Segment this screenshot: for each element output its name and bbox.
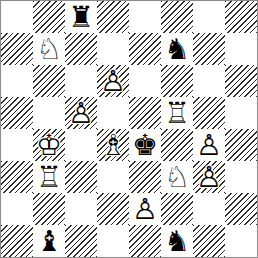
square-b6[interactable]: [33, 65, 65, 97]
white-pawn-halo: ♟: [193, 129, 225, 161]
square-b8[interactable]: [33, 1, 65, 33]
square-g7[interactable]: [193, 33, 225, 65]
square-f2[interactable]: [161, 193, 193, 225]
square-a6[interactable]: [1, 65, 33, 97]
square-h6[interactable]: [225, 65, 257, 97]
square-b1[interactable]: ♝♝: [33, 225, 65, 257]
square-f7[interactable]: ♞♞: [161, 33, 193, 65]
square-h3[interactable]: [225, 161, 257, 193]
square-d8[interactable]: [97, 1, 129, 33]
square-d1[interactable]: [97, 225, 129, 257]
square-e2[interactable]: ♟♙: [129, 193, 161, 225]
square-h8[interactable]: [225, 1, 257, 33]
square-b7[interactable]: ♞♘: [33, 33, 65, 65]
square-f3[interactable]: ♞♘: [161, 161, 193, 193]
black-rook-halo: ♜: [65, 1, 97, 33]
square-g5[interactable]: [193, 97, 225, 129]
square-d6[interactable]: ♟♙: [97, 65, 129, 97]
square-c6[interactable]: [65, 65, 97, 97]
square-a7[interactable]: [1, 33, 33, 65]
square-g1[interactable]: [193, 225, 225, 257]
square-d7[interactable]: [97, 33, 129, 65]
white-rook-halo: ♜: [161, 97, 193, 129]
square-g4[interactable]: ♟♙: [193, 129, 225, 161]
white-rook-icon: ♖: [161, 97, 193, 129]
white-pawn-icon: ♙: [193, 129, 225, 161]
black-knight-icon: ♞: [161, 225, 193, 257]
square-e3[interactable]: [129, 161, 161, 193]
chess-diagram: ♜♜♞♘♞♞♟♙♟♙♜♖♚♔♝♗♚♚♟♙♜♖♞♘♟♙♟♙♝♝♞♞: [0, 0, 258, 258]
square-b2[interactable]: [33, 193, 65, 225]
square-a4[interactable]: [1, 129, 33, 161]
square-f5[interactable]: ♜♖: [161, 97, 193, 129]
square-c5[interactable]: ♟♙: [65, 97, 97, 129]
square-e8[interactable]: [129, 1, 161, 33]
square-d5[interactable]: [97, 97, 129, 129]
black-king-icon: ♚: [129, 129, 161, 161]
square-e5[interactable]: [129, 97, 161, 129]
black-knight-icon: ♞: [161, 33, 193, 65]
square-h7[interactable]: [225, 33, 257, 65]
square-c8[interactable]: ♜♜: [65, 1, 97, 33]
square-c3[interactable]: [65, 161, 97, 193]
white-knight-icon: ♘: [161, 161, 193, 193]
square-e6[interactable]: [129, 65, 161, 97]
black-bishop-halo: ♝: [33, 225, 65, 257]
square-h2[interactable]: [225, 193, 257, 225]
square-g2[interactable]: [193, 193, 225, 225]
white-pawn-icon: ♙: [65, 97, 97, 129]
black-knight-halo: ♞: [161, 33, 193, 65]
white-pawn-halo: ♟: [129, 193, 161, 225]
square-g6[interactable]: [193, 65, 225, 97]
white-knight-icon: ♘: [33, 33, 65, 65]
square-e7[interactable]: [129, 33, 161, 65]
square-f6[interactable]: [161, 65, 193, 97]
square-c4[interactable]: [65, 129, 97, 161]
square-h1[interactable]: [225, 225, 257, 257]
square-a5[interactable]: [1, 97, 33, 129]
chess-board: ♜♜♞♘♞♞♟♙♟♙♜♖♚♔♝♗♚♚♟♙♜♖♞♘♟♙♟♙♝♝♞♞: [0, 0, 258, 258]
square-d2[interactable]: [97, 193, 129, 225]
white-pawn-halo: ♟: [97, 65, 129, 97]
white-bishop-halo: ♝: [97, 129, 129, 161]
white-knight-halo: ♞: [161, 161, 193, 193]
white-king-halo: ♚: [33, 129, 65, 161]
square-c7[interactable]: [65, 33, 97, 65]
square-g3[interactable]: ♟♙: [193, 161, 225, 193]
white-pawn-icon: ♙: [129, 193, 161, 225]
white-rook-halo: ♜: [33, 161, 65, 193]
white-king-icon: ♔: [33, 129, 65, 161]
black-bishop-icon: ♝: [33, 225, 65, 257]
square-f4[interactable]: [161, 129, 193, 161]
square-b4[interactable]: ♚♔: [33, 129, 65, 161]
square-f8[interactable]: [161, 1, 193, 33]
black-knight-halo: ♞: [161, 225, 193, 257]
white-pawn-icon: ♙: [193, 161, 225, 193]
square-a8[interactable]: [1, 1, 33, 33]
square-d3[interactable]: [97, 161, 129, 193]
square-b3[interactable]: ♜♖: [33, 161, 65, 193]
white-pawn-icon: ♙: [97, 65, 129, 97]
white-bishop-icon: ♗: [97, 129, 129, 161]
white-pawn-halo: ♟: [65, 97, 97, 129]
square-e4[interactable]: ♚♚: [129, 129, 161, 161]
square-f1[interactable]: ♞♞: [161, 225, 193, 257]
square-a2[interactable]: [1, 193, 33, 225]
square-b5[interactable]: [33, 97, 65, 129]
square-g8[interactable]: [193, 1, 225, 33]
square-a3[interactable]: [1, 161, 33, 193]
black-king-halo: ♚: [129, 129, 161, 161]
black-rook-icon: ♜: [65, 1, 97, 33]
white-knight-halo: ♞: [33, 33, 65, 65]
white-pawn-halo: ♟: [193, 161, 225, 193]
square-h4[interactable]: [225, 129, 257, 161]
white-rook-icon: ♖: [33, 161, 65, 193]
square-c1[interactable]: [65, 225, 97, 257]
square-c2[interactable]: [65, 193, 97, 225]
square-e1[interactable]: [129, 225, 161, 257]
square-d4[interactable]: ♝♗: [97, 129, 129, 161]
square-a1[interactable]: [1, 225, 33, 257]
square-h5[interactable]: [225, 97, 257, 129]
